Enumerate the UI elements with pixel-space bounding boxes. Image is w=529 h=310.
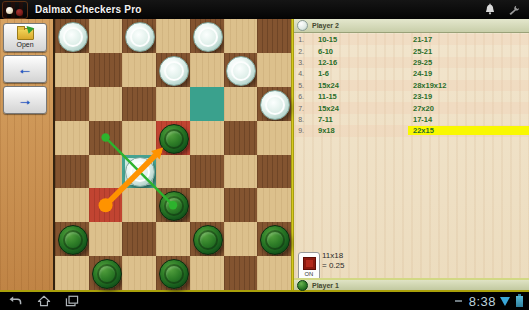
move-row[interactable]: 5.15x2428x19x12: [294, 80, 529, 91]
board-square[interactable]: [257, 121, 291, 155]
back-button[interactable]: [8, 295, 23, 307]
move-green[interactable]: 21-17: [408, 35, 529, 44]
board-square[interactable]: [224, 256, 258, 290]
move-panel: Player 2 1.10-1521-172.6-1025-213.12-162…: [294, 19, 529, 290]
board-square[interactable]: [224, 19, 258, 53]
player1-header: Player 1: [294, 278, 529, 290]
red-square-icon: [303, 257, 316, 270]
engine-toggle-button[interactable]: ON: [298, 252, 320, 281]
board-square[interactable]: [122, 155, 156, 189]
white-piece[interactable]: [125, 22, 155, 52]
board-square[interactable]: [89, 53, 123, 87]
move-white[interactable]: 6-10: [318, 47, 408, 56]
board-square[interactable]: [156, 222, 190, 256]
green-piece[interactable]: [159, 259, 189, 289]
move-white[interactable]: 15x24: [318, 81, 408, 90]
board-square[interactable]: [122, 256, 156, 290]
board-square[interactable]: [190, 121, 224, 155]
move-number: 4.: [294, 70, 304, 77]
white-piece[interactable]: [125, 157, 155, 187]
board-square[interactable]: [89, 87, 123, 121]
green-piece-icon: [297, 280, 308, 291]
move-row[interactable]: 3.12-1629-25: [294, 57, 529, 68]
move-green[interactable]: 25-21: [408, 47, 529, 56]
board-square[interactable]: [224, 188, 258, 222]
move-number: 9.: [294, 127, 304, 134]
blue-left-arrow-icon: ←: [18, 62, 33, 76]
home-button[interactable]: [37, 295, 51, 307]
status-clock[interactable]: 8:38: [469, 294, 496, 309]
green-piece[interactable]: [260, 225, 290, 255]
move-green[interactable]: 17-14: [408, 115, 529, 124]
board-square[interactable]: [55, 19, 89, 53]
board-square[interactable]: [122, 19, 156, 53]
white-piece[interactable]: [260, 90, 290, 120]
move-white[interactable]: 9x18: [318, 126, 408, 135]
board-square[interactable]: [190, 188, 224, 222]
board-square[interactable]: [190, 53, 224, 87]
board-square[interactable]: [190, 256, 224, 290]
board-square[interactable]: [224, 222, 258, 256]
move-number: 8.: [294, 116, 304, 123]
move-green[interactable]: 29-25: [408, 58, 529, 67]
move-number: 2.: [294, 48, 304, 55]
title-bar: Dalmax Checkers Pro: [0, 0, 529, 19]
move-number: 7.: [294, 105, 304, 112]
move-green[interactable]: 23-19: [408, 92, 529, 101]
board-square[interactable]: [89, 19, 123, 53]
board-square[interactable]: [156, 87, 190, 121]
board-square[interactable]: [55, 222, 89, 256]
white-piece[interactable]: [193, 22, 223, 52]
board-square[interactable]: [257, 256, 291, 290]
board-square[interactable]: [156, 188, 190, 222]
move-number: 5.: [294, 82, 304, 89]
move-green[interactable]: 28x19x12: [408, 81, 529, 90]
player2-label: Player 2: [312, 22, 339, 29]
notification-dash-icon: [455, 300, 462, 302]
board-square[interactable]: [55, 121, 89, 155]
board-square[interactable]: [55, 53, 89, 87]
move-green[interactable]: 22x15: [408, 126, 529, 135]
green-piece[interactable]: [159, 124, 189, 154]
content-area: Open ← → Player 2 1.10-1521-172.6-1025-2…: [0, 19, 529, 292]
board-square[interactable]: [89, 121, 123, 155]
board-square[interactable]: [224, 53, 258, 87]
move-row[interactable]: 9.9x1822x15: [294, 125, 529, 136]
green-piece[interactable]: [159, 191, 189, 221]
board-square[interactable]: [224, 87, 258, 121]
move-row[interactable]: 8.7-1117-14: [294, 114, 529, 125]
engine-toggle-label: ON: [305, 270, 314, 276]
board-square[interactable]: [55, 87, 89, 121]
board-square[interactable]: [156, 256, 190, 290]
app-window: Dalmax Checkers Pro Open: [0, 0, 529, 310]
board-square[interactable]: [156, 121, 190, 155]
board-square[interactable]: [89, 222, 123, 256]
move-white[interactable]: 11-15: [318, 92, 408, 101]
green-piece[interactable]: [193, 225, 223, 255]
board-square[interactable]: [224, 155, 258, 189]
move-white[interactable]: 12-16: [318, 58, 408, 67]
board-square[interactable]: [89, 188, 123, 222]
board-square[interactable]: [122, 87, 156, 121]
engine-eval-move: 11x18: [322, 251, 344, 261]
green-piece[interactable]: [58, 225, 88, 255]
toolbar-sidebar: Open ← →: [0, 19, 53, 290]
move-number: 1.: [294, 36, 304, 43]
board-square[interactable]: [190, 19, 224, 53]
board-square[interactable]: [257, 222, 291, 256]
move-row[interactable]: 2.6-1025-21: [294, 45, 529, 56]
move-green[interactable]: 27x20: [408, 104, 529, 113]
board-square[interactable]: [190, 155, 224, 189]
board-square[interactable]: [156, 155, 190, 189]
move-row[interactable]: 7.15x2427x20: [294, 102, 529, 113]
engine-eval-score: = 0.25: [322, 261, 344, 271]
board-square[interactable]: [156, 53, 190, 87]
prev-move-button[interactable]: ←: [3, 55, 47, 83]
move-number: 6.: [294, 93, 304, 100]
open-button-label: Open: [16, 41, 33, 48]
board-square[interactable]: [156, 19, 190, 53]
page-title: Dalmax Checkers Pro: [35, 4, 142, 15]
move-white[interactable]: 7-11: [318, 115, 408, 124]
board-square[interactable]: [257, 87, 291, 121]
board-square[interactable]: [122, 53, 156, 87]
board-container: [53, 19, 291, 290]
board-square[interactable]: [257, 155, 291, 189]
move-list: 1.10-1521-172.6-1025-213.12-1629-254.1-6…: [294, 34, 529, 137]
board-square[interactable]: [89, 256, 123, 290]
wrench-icon[interactable]: [508, 4, 522, 16]
bell-icon[interactable]: [483, 3, 497, 17]
white-piece[interactable]: [58, 22, 88, 52]
open-folder-icon: [17, 28, 34, 40]
white-piece[interactable]: [159, 56, 189, 86]
board-square[interactable]: [122, 121, 156, 155]
board-square[interactable]: [122, 222, 156, 256]
board-square[interactable]: [190, 87, 224, 121]
board-square[interactable]: [55, 256, 89, 290]
board-square[interactable]: [257, 188, 291, 222]
board-square[interactable]: [55, 188, 89, 222]
battery-icon: [516, 296, 523, 307]
move-white[interactable]: 10-15: [318, 35, 408, 44]
board-square[interactable]: [89, 155, 123, 189]
green-piece[interactable]: [92, 259, 122, 289]
recents-button[interactable]: [65, 295, 79, 307]
wifi-icon: [500, 297, 510, 306]
board: [55, 19, 291, 290]
next-move-button[interactable]: →: [3, 86, 47, 114]
board-square[interactable]: [257, 53, 291, 87]
engine-eval: 11x18 = 0.25: [322, 251, 344, 270]
white-piece[interactable]: [226, 56, 256, 86]
move-row[interactable]: 1.10-1521-17: [294, 34, 529, 45]
player2-header: Player 2: [294, 19, 529, 33]
app-logo-icon: [2, 1, 28, 19]
move-green[interactable]: 24-19: [408, 69, 529, 78]
player1-label: Player 1: [312, 282, 339, 289]
move-white[interactable]: 15x24: [318, 104, 408, 113]
android-nav-bar: 8:38: [0, 292, 529, 310]
board-square[interactable]: [122, 188, 156, 222]
board-square[interactable]: [224, 121, 258, 155]
white-piece-icon: [297, 20, 308, 31]
blue-right-arrow-icon: →: [18, 93, 33, 107]
move-row[interactable]: 4.1-624-19: [294, 68, 529, 79]
board-square[interactable]: [55, 155, 89, 189]
move-number: 3.: [294, 59, 304, 66]
open-button[interactable]: Open: [3, 23, 47, 52]
board-square[interactable]: [190, 222, 224, 256]
board-square[interactable]: [257, 19, 291, 53]
move-white[interactable]: 1-6: [318, 69, 408, 78]
move-row[interactable]: 6.11-1523-19: [294, 91, 529, 102]
